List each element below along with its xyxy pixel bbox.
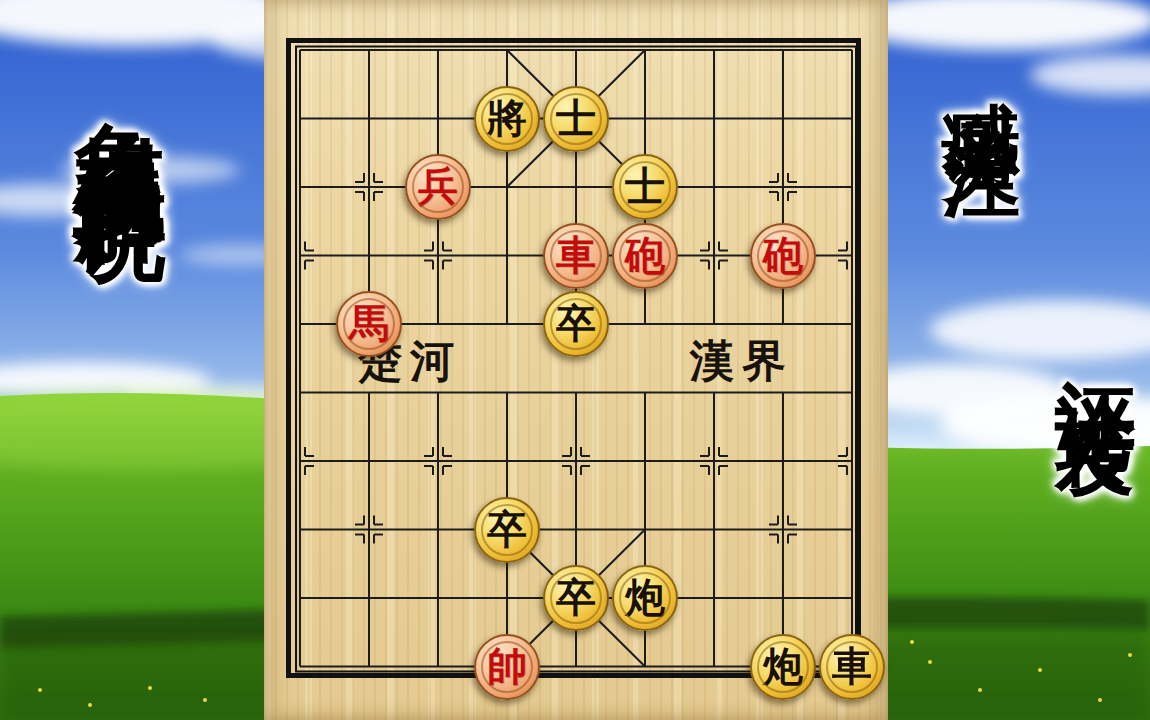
piece-black-cannon[interactable]: 炮 [612, 565, 678, 631]
black-soldier-glyph: 卒 [487, 510, 527, 550]
piece-black-soldier[interactable]: 卒 [474, 497, 540, 563]
black-general-glyph: 將 [487, 99, 527, 139]
piece-grid: 將士兵士車砲砲馬卒卒卒炮帥炮車 [266, 16, 887, 701]
black-cannon-glyph: 炮 [763, 647, 803, 687]
piece-black-advisor[interactable]: 士 [543, 86, 609, 152]
piece-black-chariot[interactable]: 車 [819, 634, 885, 700]
piece-red-general[interactable]: 帥 [474, 634, 540, 700]
black-chariot-glyph: 車 [832, 647, 872, 687]
piece-black-general[interactable]: 將 [474, 86, 540, 152]
piece-red-horse[interactable]: 馬 [336, 291, 402, 357]
piece-black-cannon[interactable]: 炮 [750, 634, 816, 700]
caption-right-thanks-follow: 感谢关注 [928, 38, 1033, 86]
piece-red-cannon[interactable]: 砲 [612, 223, 678, 289]
black-cannon-glyph: 炮 [625, 578, 665, 618]
red-cannon-glyph: 砲 [625, 236, 665, 276]
black-advisor-glyph: 士 [556, 99, 596, 139]
piece-black-soldier[interactable]: 卒 [543, 291, 609, 357]
caption-left-xiangqi-endgame: 象棋残局解说 [58, 48, 182, 132]
red-chariot-glyph: 車 [556, 236, 596, 276]
piece-black-soldier[interactable]: 卒 [543, 565, 609, 631]
piece-black-advisor[interactable]: 士 [612, 154, 678, 220]
red-horse-glyph: 馬 [349, 304, 389, 344]
red-cannon-glyph: 砲 [763, 236, 803, 276]
piece-red-cannon[interactable]: 砲 [750, 223, 816, 289]
black-advisor-glyph: 士 [625, 167, 665, 207]
caption-right-comment-share: 评论转发 [1042, 316, 1150, 372]
red-soldier-glyph: 兵 [418, 167, 458, 207]
red-general-glyph: 帥 [487, 647, 527, 687]
piece-red-soldier[interactable]: 兵 [405, 154, 471, 220]
black-soldier-glyph: 卒 [556, 578, 596, 618]
black-soldier-glyph: 卒 [556, 304, 596, 344]
piece-red-chariot[interactable]: 車 [543, 223, 609, 289]
